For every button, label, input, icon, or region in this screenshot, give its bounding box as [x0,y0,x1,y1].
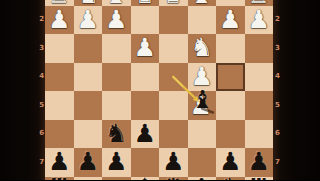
square-a3[interactable] [245,34,274,63]
black-pawn-f7: ♟ [102,148,131,177]
square-e4[interactable] [131,63,160,92]
square-b5[interactable] [216,91,245,120]
square-c5[interactable]: ♟♝ [188,91,217,120]
square-h3[interactable] [45,34,74,63]
square-g8[interactable] [74,177,103,181]
square-g7[interactable]: ♟ [74,148,103,177]
white-pawn-g2: ♟ [74,6,103,35]
rank-label-right-4: 4 [275,72,284,81]
black-pawn-h7: ♟ [45,148,74,177]
square-c7[interactable] [188,148,217,177]
black-bishop-c5: ♝ [189,86,218,115]
square-h5[interactable] [45,91,74,120]
left-margin [0,0,45,180]
rank-label-right-6: 6 [275,129,284,138]
square-f7[interactable]: ♟ [102,148,131,177]
rank-label-right-7: 7 [275,158,284,167]
white-pawn-e3: ♟ [131,34,160,63]
white-pawn-f2: ♟ [102,6,131,35]
square-g6[interactable] [74,120,103,149]
square-c8[interactable]: ♝ [188,177,217,181]
square-f8[interactable] [102,177,131,181]
square-d6[interactable] [159,120,188,149]
square-f6[interactable]: ♞ [102,120,131,149]
square-a5[interactable] [245,91,274,120]
white-pawn-h2: ♟ [45,6,74,35]
square-d7[interactable]: ♟ [159,148,188,177]
square-c4[interactable]: ♟ [188,63,217,92]
square-g3[interactable] [74,34,103,63]
square-c3[interactable]: ♞ [188,34,217,63]
black-pawn-g7: ♟ [74,148,103,177]
square-g5[interactable] [74,91,103,120]
square-e7[interactable] [131,148,160,177]
square-d3[interactable] [159,34,188,63]
square-g4[interactable] [74,63,103,92]
black-pawn-b7: ♟ [216,148,245,177]
square-c2[interactable] [188,6,217,35]
square-h8[interactable]: ♜ [45,177,74,181]
white-pawn-c4: ♟ [188,63,217,92]
square-f2[interactable]: ♟ [102,6,131,35]
rank-label-left-2: 2 [35,15,44,24]
square-e6[interactable]: ♟ [131,120,160,149]
rank-label-right-5: 5 [275,101,284,110]
black-pawn-a7: ♟ [245,148,274,177]
square-a7[interactable]: ♟ [245,148,274,177]
square-a2[interactable]: ♟ [245,6,274,35]
square-b6[interactable] [216,120,245,149]
square-d8[interactable]: ♛ [159,177,188,181]
black-pawn-e6: ♟ [131,120,160,149]
chess-video-frame: ♜♞♝♚♛♝♜♟♟♟♟♟♟♞♟♟♝♞♟♟♟♟♟♟♟♜♚♛♝♞♜ 11223344… [0,0,320,180]
square-a8[interactable]: ♜ [245,177,274,181]
square-e2[interactable] [131,6,160,35]
rank-label-left-7: 7 [35,158,44,167]
black-knight-f6: ♞ [102,120,131,149]
right-margin [273,0,320,180]
square-e3[interactable]: ♟ [131,34,160,63]
square-e5[interactable] [131,91,160,120]
square-h2[interactable]: ♟ [45,6,74,35]
square-b4[interactable] [216,63,245,92]
white-pawn-b2: ♟ [216,6,245,35]
square-d5[interactable] [159,91,188,120]
rank-label-right-3: 3 [275,44,284,53]
square-a6[interactable] [245,120,274,149]
square-f4[interactable] [102,63,131,92]
square-d4[interactable] [159,63,188,92]
square-f3[interactable] [102,34,131,63]
rank-label-left-4: 4 [35,72,44,81]
square-b8[interactable]: ♞ [216,177,245,181]
square-c6[interactable] [188,120,217,149]
white-pawn-a2: ♟ [245,6,274,35]
square-b7[interactable]: ♟ [216,148,245,177]
square-h6[interactable] [45,120,74,149]
square-e8[interactable]: ♚ [131,177,160,181]
square-g2[interactable]: ♟ [74,6,103,35]
rank-label-right-2: 2 [275,15,284,24]
rank-label-left-5: 5 [35,101,44,110]
square-h7[interactable]: ♟ [45,148,74,177]
square-a4[interactable] [245,63,274,92]
square-f5[interactable] [102,91,131,120]
square-h4[interactable] [45,63,74,92]
rank-label-left-3: 3 [35,44,44,53]
white-knight-c3: ♞ [188,34,217,63]
square-b2[interactable]: ♟ [216,6,245,35]
white-pawn-c5: ♟ [187,92,216,121]
chess-board: ♜♞♝♚♛♝♜♟♟♟♟♟♟♞♟♟♝♞♟♟♟♟♟♟♟♜♚♛♝♞♜ [45,0,273,180]
square-d2[interactable] [159,6,188,35]
square-b3[interactable] [216,34,245,63]
black-pawn-d7: ♟ [159,148,188,177]
rank-label-left-6: 6 [35,129,44,138]
